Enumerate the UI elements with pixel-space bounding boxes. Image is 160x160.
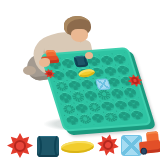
board-tile-clover[interactable] — [100, 100, 115, 111]
board-tile-clover[interactable] — [103, 65, 118, 76]
child-face — [71, 29, 88, 42]
board-tile-clover[interactable] — [112, 53, 127, 64]
child-right-hand — [39, 58, 50, 67]
board-tile-clover[interactable] — [126, 98, 141, 109]
gear-core — [46, 71, 53, 76]
board-tile-clover[interactable] — [64, 68, 79, 79]
board-tile-clover[interactable] — [99, 54, 114, 65]
board-tile-clover[interactable] — [65, 115, 80, 126]
board-tile-clover[interactable] — [113, 99, 128, 110]
board-tile-gear[interactable] — [97, 89, 112, 100]
curve-road-mark — [54, 136, 59, 157]
truck-wheel — [140, 147, 147, 155]
board-tile-clover[interactable] — [116, 64, 131, 75]
tray-red-star-gear[interactable] — [95, 132, 120, 157]
board-tile-clover[interactable] — [58, 92, 73, 103]
board-tile-gear[interactable] — [54, 81, 69, 92]
tray-yellow-oval[interactable] — [61, 140, 95, 154]
tray-red-sun-gear[interactable] — [7, 133, 33, 158]
board-tile-clover[interactable] — [130, 109, 145, 120]
board-tile-clover[interactable] — [74, 102, 89, 113]
curve-road-mark — [37, 136, 42, 157]
board-tile-clover[interactable] — [123, 87, 138, 98]
gear-core — [102, 139, 114, 151]
child-foot — [23, 66, 36, 75]
board-tile-gear[interactable] — [61, 103, 76, 114]
tray-red-truck[interactable] — [138, 131, 160, 154]
board-tile-gear[interactable] — [104, 111, 119, 122]
board-grid — [46, 52, 145, 126]
child-left-hand — [85, 52, 93, 59]
tray-navy-curve-tile[interactable] — [37, 136, 59, 157]
gear-core — [131, 77, 140, 84]
gear-core — [14, 140, 26, 152]
